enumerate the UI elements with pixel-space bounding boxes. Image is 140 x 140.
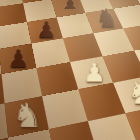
black-pawn-d6: ♟: [37, 19, 57, 41]
black-knight-f6: ♞: [96, 6, 119, 31]
square-f3[interactable]: ♞: [113, 76, 140, 113]
chess-board: ♜♛♟♟♟♟♟♟♞♝♟♟♞♞♟♟♟♟♟♜♚: [0, 0, 140, 140]
white-knight-c3: ♞: [13, 100, 43, 133]
white-knight-f3: ♞: [128, 78, 140, 109]
square-c3[interactable]: ♞: [5, 96, 49, 137]
square-c5[interactable]: ♟: [0, 43, 36, 74]
square-d4[interactable]: [36, 62, 78, 96]
white-pawn-e4: ♟: [83, 60, 106, 85]
black-pawn-c5: ♟: [8, 47, 30, 71]
black-pawn-e7: ♟: [61, 0, 80, 16]
chessboard-photo: ♜♛♟♟♟♟♟♟♞♝♟♟♞♞♟♟♟♟♟♜♚: [0, 0, 140, 140]
